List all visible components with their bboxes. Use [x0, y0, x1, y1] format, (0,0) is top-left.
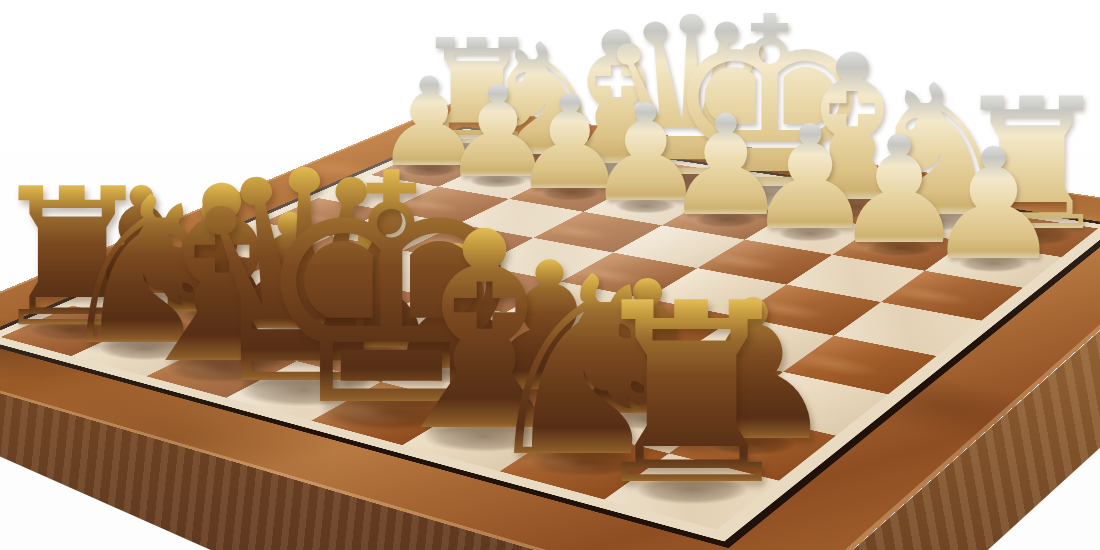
piece-silver-pawn-h7: ♟: [901, 128, 1086, 282]
piece-gold-rook-h1: ♜: [543, 271, 842, 520]
pawn-icon: ♟: [924, 128, 1062, 282]
rook-icon: ♜: [580, 271, 803, 520]
pieces-layer: ♜♞♝♛♚♝♞♜♟♟♟♟♟♟♟♟♟♟♟♟♟♟♟♟♜♞♝♛♚♝♞♜: [0, 0, 1100, 550]
chess-set-photo: ♜♞♝♛♚♝♞♜♟♟♟♟♟♟♟♟♟♟♟♟♟♟♟♟♜♞♝♛♚♝♞♜: [0, 0, 1100, 550]
